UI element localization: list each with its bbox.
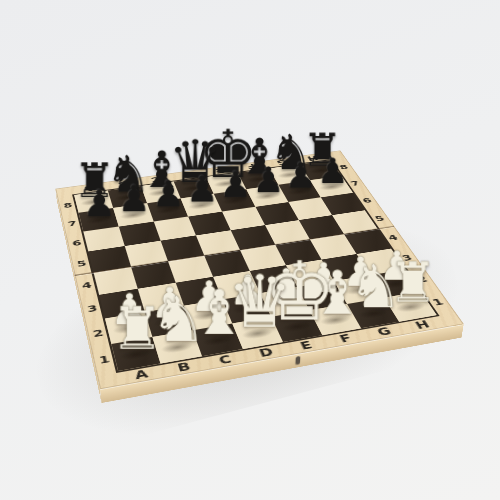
photo-backdrop: ♜♞♝♛♚♝♞♜♟♟♟♟♟♟♟♟♟♟♟♟♟♟♟♟♜♞♝♛♚♝♞♜ ABCDEFG…	[0, 0, 500, 500]
latch-clasp	[296, 356, 301, 365]
rank-label-left-5: 5	[70, 251, 94, 275]
white-rook-a1[interactable]: ♜	[111, 300, 164, 358]
square-c7[interactable]: ♟	[147, 199, 188, 222]
square-a6[interactable]	[83, 226, 124, 251]
square-d7[interactable]: ♟	[181, 194, 222, 217]
